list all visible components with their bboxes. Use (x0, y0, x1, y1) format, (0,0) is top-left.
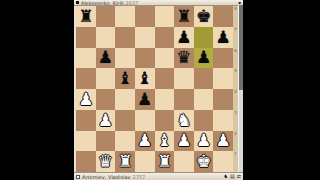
bottom-bar-icons: ♞ ▤ ⇄ (224, 174, 241, 179)
square-e7[interactable] (155, 27, 175, 48)
square-h4[interactable] (213, 89, 233, 110)
square-a7[interactable] (76, 27, 96, 48)
piece-white-king[interactable]: ♚ (196, 153, 211, 170)
square-g3[interactable] (194, 110, 214, 131)
piece-black-rook[interactable]: ♜ (176, 8, 191, 25)
piece-black-rook[interactable]: ♜ (78, 8, 93, 25)
white-player-color-icon (76, 175, 80, 179)
square-f6[interactable]: ♛ (174, 48, 194, 69)
square-e3[interactable] (155, 110, 175, 131)
square-d8[interactable] (135, 6, 155, 27)
player-name-top: Alekseenko, Kirill (81, 0, 124, 6)
square-d4[interactable]: ♟ (135, 89, 155, 110)
square-e1[interactable]: ♜ (155, 151, 175, 172)
piece-white-pawn[interactable]: ♟ (78, 91, 93, 108)
square-c2[interactable] (115, 131, 135, 152)
square-d7[interactable] (135, 27, 155, 48)
piece-black-pawn[interactable]: ♟ (98, 49, 113, 66)
square-h5[interactable] (213, 68, 233, 89)
square-a3[interactable] (76, 110, 96, 131)
square-c8[interactable] (115, 6, 135, 27)
square-g8[interactable]: ♚ (194, 6, 214, 27)
square-f4[interactable] (174, 89, 194, 110)
square-g6[interactable]: ♟ (194, 48, 214, 69)
black-player-color-icon (76, 1, 79, 4)
square-a1[interactable] (76, 151, 96, 172)
square-b1[interactable]: ♛ (96, 151, 116, 172)
piece-black-pawn[interactable]: ♟ (176, 29, 191, 46)
flip-arrows-icon[interactable]: ⇄ (237, 174, 241, 179)
square-d2[interactable]: ♟ (135, 131, 155, 152)
square-d6[interactable] (135, 48, 155, 69)
square-a4[interactable]: ♟ (76, 89, 96, 110)
square-f5[interactable] (174, 68, 194, 89)
square-e4[interactable] (155, 89, 175, 110)
square-c6[interactable] (115, 48, 135, 69)
piece-white-pawn[interactable]: ♟ (137, 132, 152, 149)
knight-icon[interactable]: ♞ (224, 174, 228, 179)
piece-white-bishop[interactable]: ♝ (157, 132, 172, 149)
piece-black-pawn[interactable]: ♟ (137, 91, 152, 108)
square-c1[interactable]: ♜ (115, 151, 135, 172)
piece-white-knight[interactable]: ♞ (176, 112, 191, 129)
square-f1[interactable] (174, 151, 194, 172)
square-a8[interactable]: ♜ (76, 6, 96, 27)
square-c7[interactable] (115, 27, 135, 48)
square-g7[interactable] (194, 27, 214, 48)
piece-white-rook[interactable]: ♜ (157, 153, 172, 170)
square-g4[interactable] (194, 89, 214, 110)
chess-app: Alekseenko, Kirill 2637 ▪ ♜♜♚♟♟♟♛♟♝♝♟♟♟♞… (74, 0, 243, 180)
square-h3[interactable] (213, 110, 233, 131)
square-c3[interactable] (115, 110, 135, 131)
square-d1[interactable] (135, 151, 155, 172)
square-e6[interactable] (155, 48, 175, 69)
player-bar-bottom: Artemiev, Vladislav 2757 ♞ ▤ ⇄ (74, 172, 243, 180)
piece-black-bishop[interactable]: ♝ (137, 70, 152, 87)
square-h8[interactable] (213, 6, 233, 27)
video-frame: Alekseenko, Kirill 2637 ▪ ♜♜♚♟♟♟♛♟♝♝♟♟♟♞… (0, 0, 320, 180)
square-a6[interactable] (76, 48, 96, 69)
piece-white-pawn[interactable]: ♟ (216, 132, 231, 149)
piece-white-rook[interactable]: ♜ (117, 153, 132, 170)
square-f2[interactable]: ♟ (174, 131, 194, 152)
square-e8[interactable] (155, 6, 175, 27)
square-h7[interactable]: ♟ (213, 27, 233, 48)
square-d5[interactable]: ♝ (135, 68, 155, 89)
square-h6[interactable] (213, 48, 233, 69)
scrollbar[interactable] (238, 5, 243, 172)
menu-icon[interactable]: ▪ (238, 1, 241, 5)
square-c4[interactable] (115, 89, 135, 110)
piece-black-pawn[interactable]: ♟ (196, 49, 211, 66)
piece-black-pawn[interactable]: ♟ (216, 29, 231, 46)
player-name-bottom: Artemiev, Vladislav (82, 174, 130, 180)
player-rating-bottom: 2757 (132, 174, 145, 180)
square-b6[interactable]: ♟ (96, 48, 116, 69)
square-h1[interactable] (213, 151, 233, 172)
square-c5[interactable]: ♝ (115, 68, 135, 89)
square-f8[interactable]: ♜ (174, 6, 194, 27)
square-b4[interactable] (96, 89, 116, 110)
square-a5[interactable] (76, 68, 96, 89)
square-b2[interactable] (96, 131, 116, 152)
square-b3[interactable]: ♟ (96, 110, 116, 131)
square-h2[interactable]: ♟ (213, 131, 233, 152)
piece-black-king[interactable]: ♚ (196, 8, 211, 25)
piece-white-pawn[interactable]: ♟ (196, 132, 211, 149)
piece-white-pawn[interactable]: ♟ (98, 112, 113, 129)
scrollbar-thumb[interactable] (239, 5, 243, 90)
square-a2[interactable] (76, 131, 96, 152)
square-f3[interactable]: ♞ (174, 110, 194, 131)
chess-board[interactable]: ♜♜♚♟♟♟♛♟♝♝♟♟♟♞♟♝♟♟♟♛♜♜♚ (76, 6, 233, 172)
piece-black-bishop[interactable]: ♝ (117, 70, 132, 87)
square-e2[interactable]: ♝ (155, 131, 175, 152)
square-f7[interactable]: ♟ (174, 27, 194, 48)
square-g2[interactable]: ♟ (194, 131, 214, 152)
piece-black-queen[interactable]: ♛ (176, 49, 191, 66)
square-g1[interactable]: ♚ (194, 151, 214, 172)
square-d3[interactable] (135, 110, 155, 131)
player-rating-top: 2637 (126, 0, 139, 6)
square-g5[interactable] (194, 68, 214, 89)
square-b8[interactable] (96, 6, 116, 27)
square-b5[interactable] (96, 68, 116, 89)
board-icon[interactable]: ▤ (230, 174, 235, 179)
square-e5[interactable] (155, 68, 175, 89)
square-b7[interactable] (96, 27, 116, 48)
piece-white-queen[interactable]: ♛ (98, 153, 113, 170)
piece-white-pawn[interactable]: ♟ (176, 132, 191, 149)
